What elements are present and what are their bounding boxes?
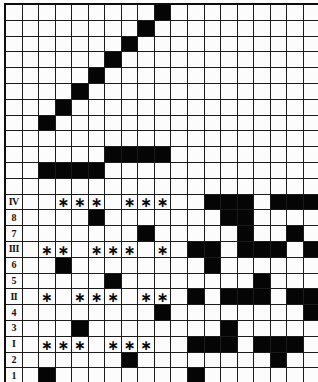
empty-cell bbox=[188, 179, 204, 194]
asterisk-cell: ∗ bbox=[105, 337, 121, 352]
empty-cell bbox=[254, 321, 270, 336]
empty-cell bbox=[188, 37, 204, 52]
black-cell bbox=[105, 274, 121, 289]
black-cell bbox=[188, 289, 204, 304]
black-cell bbox=[271, 337, 287, 352]
empty-cell bbox=[122, 116, 138, 131]
empty-cell bbox=[72, 210, 88, 225]
empty-cell bbox=[6, 147, 22, 162]
empty-cell bbox=[155, 37, 171, 52]
empty-cell bbox=[254, 147, 270, 162]
empty-cell bbox=[56, 116, 72, 131]
empty-cell bbox=[122, 52, 138, 67]
empty-cell bbox=[254, 210, 270, 225]
empty-cell bbox=[238, 337, 254, 352]
empty-cell bbox=[138, 368, 154, 382]
black-cell bbox=[72, 321, 88, 336]
empty-cell bbox=[221, 131, 237, 146]
empty-cell bbox=[254, 5, 270, 20]
empty-cell bbox=[23, 226, 39, 241]
empty-cell bbox=[188, 195, 204, 210]
empty-cell bbox=[105, 84, 121, 99]
asterisk-cell: ∗ bbox=[72, 289, 88, 304]
empty-cell bbox=[56, 147, 72, 162]
empty-cell bbox=[23, 305, 39, 320]
asterisk-cell: ∗ bbox=[105, 289, 121, 304]
empty-cell bbox=[23, 274, 39, 289]
empty-cell bbox=[188, 100, 204, 115]
empty-cell bbox=[238, 163, 254, 178]
empty-cell bbox=[6, 163, 22, 178]
empty-cell bbox=[6, 131, 22, 146]
black-cell bbox=[138, 147, 154, 162]
empty-cell bbox=[304, 68, 318, 83]
empty-cell bbox=[221, 100, 237, 115]
empty-cell bbox=[23, 163, 39, 178]
empty-cell bbox=[304, 37, 318, 52]
empty-cell bbox=[287, 321, 303, 336]
black-cell bbox=[254, 274, 270, 289]
empty-cell bbox=[287, 84, 303, 99]
black-cell bbox=[205, 195, 221, 210]
empty-cell bbox=[271, 226, 287, 241]
empty-cell bbox=[287, 210, 303, 225]
empty-cell bbox=[304, 353, 318, 368]
empty-cell bbox=[72, 147, 88, 162]
empty-cell bbox=[122, 289, 138, 304]
empty-cell bbox=[72, 242, 88, 257]
empty-cell bbox=[287, 179, 303, 194]
empty-cell bbox=[287, 258, 303, 273]
black-cell bbox=[122, 353, 138, 368]
empty-cell bbox=[287, 147, 303, 162]
empty-cell bbox=[304, 84, 318, 99]
black-cell bbox=[56, 258, 72, 273]
empty-cell bbox=[238, 84, 254, 99]
empty-cell bbox=[238, 5, 254, 20]
row-label: 4 bbox=[6, 305, 22, 320]
empty-cell bbox=[271, 116, 287, 131]
row-label: 1 bbox=[6, 368, 22, 382]
empty-cell bbox=[287, 52, 303, 67]
empty-cell bbox=[304, 258, 318, 273]
asterisk-cell: ∗ bbox=[39, 337, 55, 352]
empty-cell bbox=[221, 5, 237, 20]
empty-cell bbox=[89, 131, 105, 146]
empty-cell bbox=[6, 116, 22, 131]
empty-cell bbox=[271, 179, 287, 194]
empty-cell bbox=[171, 5, 187, 20]
empty-cell bbox=[304, 52, 318, 67]
empty-cell bbox=[23, 52, 39, 67]
empty-cell bbox=[171, 226, 187, 241]
empty-cell bbox=[205, 21, 221, 36]
empty-cell bbox=[205, 131, 221, 146]
empty-cell bbox=[56, 5, 72, 20]
empty-cell bbox=[238, 274, 254, 289]
empty-cell bbox=[254, 179, 270, 194]
empty-cell bbox=[72, 274, 88, 289]
empty-cell bbox=[138, 163, 154, 178]
empty-cell bbox=[221, 368, 237, 382]
black-cell bbox=[221, 289, 237, 304]
black-cell bbox=[271, 353, 287, 368]
empty-cell bbox=[254, 84, 270, 99]
empty-cell bbox=[287, 368, 303, 382]
empty-cell bbox=[171, 321, 187, 336]
empty-cell bbox=[105, 321, 121, 336]
asterisk-cell: ∗ bbox=[155, 242, 171, 257]
empty-cell bbox=[304, 274, 318, 289]
row-label: IV bbox=[6, 195, 22, 210]
empty-cell bbox=[238, 21, 254, 36]
empty-cell bbox=[271, 147, 287, 162]
empty-cell bbox=[6, 21, 22, 36]
empty-cell bbox=[23, 179, 39, 194]
black-cell bbox=[221, 321, 237, 336]
empty-cell bbox=[138, 116, 154, 131]
row-label: 7 bbox=[6, 226, 22, 241]
empty-cell bbox=[138, 5, 154, 20]
empty-cell bbox=[188, 258, 204, 273]
black-cell bbox=[304, 289, 318, 304]
empty-cell bbox=[39, 226, 55, 241]
asterisk-cell: ∗ bbox=[138, 337, 154, 352]
empty-cell bbox=[72, 226, 88, 241]
empty-cell bbox=[155, 321, 171, 336]
empty-cell bbox=[39, 195, 55, 210]
empty-cell bbox=[205, 68, 221, 83]
empty-cell bbox=[205, 100, 221, 115]
empty-cell bbox=[271, 21, 287, 36]
empty-cell bbox=[138, 321, 154, 336]
empty-cell bbox=[221, 274, 237, 289]
empty-cell bbox=[72, 5, 88, 20]
empty-cell bbox=[188, 210, 204, 225]
empty-cell bbox=[155, 353, 171, 368]
empty-cell bbox=[138, 179, 154, 194]
empty-cell bbox=[205, 163, 221, 178]
empty-cell bbox=[39, 210, 55, 225]
empty-cell bbox=[56, 131, 72, 146]
black-cell bbox=[105, 52, 121, 67]
empty-cell bbox=[221, 52, 237, 67]
empty-cell bbox=[221, 84, 237, 99]
empty-cell bbox=[39, 131, 55, 146]
empty-cell bbox=[171, 147, 187, 162]
empty-cell bbox=[39, 68, 55, 83]
black-cell bbox=[188, 368, 204, 382]
empty-cell bbox=[89, 368, 105, 382]
empty-cell bbox=[171, 68, 187, 83]
empty-cell bbox=[105, 163, 121, 178]
empty-cell bbox=[171, 52, 187, 67]
empty-cell bbox=[304, 337, 318, 352]
empty-cell bbox=[72, 100, 88, 115]
black-cell bbox=[254, 289, 270, 304]
empty-cell bbox=[89, 147, 105, 162]
empty-cell bbox=[105, 226, 121, 241]
black-cell bbox=[271, 195, 287, 210]
empty-cell bbox=[188, 21, 204, 36]
empty-cell bbox=[122, 321, 138, 336]
empty-cell bbox=[6, 52, 22, 67]
empty-cell bbox=[89, 116, 105, 131]
asterisk-cell: ∗ bbox=[56, 195, 72, 210]
empty-cell bbox=[39, 321, 55, 336]
empty-cell bbox=[72, 52, 88, 67]
empty-cell bbox=[105, 5, 121, 20]
empty-cell bbox=[221, 242, 237, 257]
empty-cell bbox=[23, 37, 39, 52]
empty-cell bbox=[56, 179, 72, 194]
empty-cell bbox=[122, 21, 138, 36]
empty-cell bbox=[138, 84, 154, 99]
empty-cell bbox=[238, 305, 254, 320]
empty-cell bbox=[89, 226, 105, 241]
empty-cell bbox=[254, 368, 270, 382]
empty-cell bbox=[56, 353, 72, 368]
empty-cell bbox=[23, 68, 39, 83]
empty-cell bbox=[254, 131, 270, 146]
empty-cell bbox=[287, 163, 303, 178]
asterisk-cell: ∗ bbox=[72, 195, 88, 210]
empty-cell bbox=[6, 84, 22, 99]
empty-cell bbox=[238, 179, 254, 194]
empty-cell bbox=[171, 337, 187, 352]
black-cell bbox=[155, 5, 171, 20]
empty-cell bbox=[171, 258, 187, 273]
empty-cell bbox=[254, 68, 270, 83]
empty-cell bbox=[254, 195, 270, 210]
empty-cell bbox=[105, 258, 121, 273]
empty-cell bbox=[89, 84, 105, 99]
empty-cell bbox=[122, 226, 138, 241]
empty-cell bbox=[188, 226, 204, 241]
black-cell bbox=[122, 37, 138, 52]
empty-cell bbox=[287, 21, 303, 36]
empty-cell bbox=[304, 131, 318, 146]
empty-cell bbox=[171, 289, 187, 304]
asterisk-cell: ∗ bbox=[89, 242, 105, 257]
empty-cell bbox=[39, 274, 55, 289]
empty-cell bbox=[122, 258, 138, 273]
empty-cell bbox=[304, 147, 318, 162]
black-cell bbox=[254, 242, 270, 257]
empty-cell bbox=[56, 305, 72, 320]
empty-cell bbox=[221, 116, 237, 131]
empty-cell bbox=[122, 5, 138, 20]
empty-cell bbox=[205, 274, 221, 289]
empty-cell bbox=[89, 337, 105, 352]
empty-cell bbox=[221, 37, 237, 52]
empty-cell bbox=[271, 305, 287, 320]
asterisk-cell: ∗ bbox=[89, 289, 105, 304]
empty-cell bbox=[6, 179, 22, 194]
empty-cell bbox=[188, 84, 204, 99]
empty-cell bbox=[238, 116, 254, 131]
empty-cell bbox=[72, 353, 88, 368]
empty-cell bbox=[89, 52, 105, 67]
black-cell bbox=[105, 147, 121, 162]
row-label: III bbox=[6, 242, 22, 257]
empty-cell bbox=[155, 258, 171, 273]
empty-cell bbox=[171, 84, 187, 99]
black-cell bbox=[205, 337, 221, 352]
black-cell bbox=[287, 226, 303, 241]
empty-cell bbox=[105, 179, 121, 194]
empty-cell bbox=[287, 242, 303, 257]
empty-cell bbox=[238, 100, 254, 115]
empty-cell bbox=[238, 52, 254, 67]
empty-cell bbox=[271, 368, 287, 382]
empty-cell bbox=[287, 37, 303, 52]
empty-cell bbox=[56, 21, 72, 36]
empty-cell bbox=[238, 147, 254, 162]
empty-cell bbox=[205, 37, 221, 52]
empty-cell bbox=[72, 21, 88, 36]
empty-cell bbox=[205, 147, 221, 162]
empty-cell bbox=[155, 179, 171, 194]
black-cell bbox=[155, 147, 171, 162]
black-cell bbox=[155, 305, 171, 320]
empty-cell bbox=[205, 305, 221, 320]
asterisk-cell: ∗ bbox=[138, 195, 154, 210]
empty-cell bbox=[271, 131, 287, 146]
black-cell bbox=[56, 163, 72, 178]
empty-cell bbox=[105, 21, 121, 36]
empty-cell bbox=[171, 210, 187, 225]
asterisk-cell: ∗ bbox=[155, 289, 171, 304]
empty-cell bbox=[205, 226, 221, 241]
empty-cell bbox=[23, 321, 39, 336]
row-label: 8 bbox=[6, 210, 22, 225]
empty-cell bbox=[56, 210, 72, 225]
empty-cell bbox=[188, 163, 204, 178]
empty-cell bbox=[23, 84, 39, 99]
empty-cell bbox=[72, 258, 88, 273]
empty-cell bbox=[89, 321, 105, 336]
row-label: 3 bbox=[6, 321, 22, 336]
empty-cell bbox=[72, 37, 88, 52]
empty-cell bbox=[138, 258, 154, 273]
empty-cell bbox=[304, 321, 318, 336]
empty-cell bbox=[254, 258, 270, 273]
empty-cell bbox=[271, 274, 287, 289]
black-cell bbox=[205, 258, 221, 273]
empty-cell bbox=[6, 68, 22, 83]
black-cell bbox=[205, 242, 221, 257]
black-cell bbox=[287, 289, 303, 304]
empty-cell bbox=[304, 226, 318, 241]
black-cell bbox=[238, 226, 254, 241]
black-cell bbox=[56, 100, 72, 115]
empty-cell bbox=[287, 305, 303, 320]
empty-cell bbox=[221, 21, 237, 36]
empty-cell bbox=[105, 131, 121, 146]
empty-cell bbox=[39, 21, 55, 36]
empty-cell bbox=[287, 131, 303, 146]
empty-cell bbox=[271, 163, 287, 178]
asterisk-cell: ∗ bbox=[122, 195, 138, 210]
asterisk-cell: ∗ bbox=[39, 242, 55, 257]
black-cell bbox=[39, 116, 55, 131]
empty-cell bbox=[89, 100, 105, 115]
empty-cell bbox=[39, 353, 55, 368]
black-cell bbox=[89, 163, 105, 178]
empty-cell bbox=[271, 37, 287, 52]
empty-cell bbox=[171, 195, 187, 210]
empty-cell bbox=[105, 100, 121, 115]
empty-cell bbox=[238, 68, 254, 83]
empty-cell bbox=[56, 321, 72, 336]
empty-cell bbox=[287, 116, 303, 131]
empty-cell bbox=[23, 353, 39, 368]
empty-cell bbox=[122, 131, 138, 146]
empty-cell bbox=[39, 305, 55, 320]
empty-cell bbox=[23, 195, 39, 210]
empty-cell bbox=[221, 163, 237, 178]
black-cell bbox=[72, 84, 88, 99]
empty-cell bbox=[155, 68, 171, 83]
empty-cell bbox=[105, 210, 121, 225]
empty-cell bbox=[122, 68, 138, 83]
empty-cell bbox=[105, 68, 121, 83]
black-cell bbox=[304, 305, 318, 320]
empty-cell bbox=[56, 68, 72, 83]
black-cell bbox=[304, 195, 318, 210]
empty-cell bbox=[221, 68, 237, 83]
empty-cell bbox=[23, 21, 39, 36]
empty-cell bbox=[287, 100, 303, 115]
empty-cell bbox=[56, 84, 72, 99]
empty-cell bbox=[188, 274, 204, 289]
empty-cell bbox=[221, 179, 237, 194]
empty-cell bbox=[171, 37, 187, 52]
empty-cell bbox=[171, 131, 187, 146]
empty-cell bbox=[304, 21, 318, 36]
empty-cell bbox=[56, 37, 72, 52]
asterisk-cell: ∗ bbox=[122, 242, 138, 257]
empty-cell bbox=[221, 147, 237, 162]
black-cell bbox=[89, 210, 105, 225]
empty-cell bbox=[304, 100, 318, 115]
empty-cell bbox=[171, 242, 187, 257]
empty-cell bbox=[271, 210, 287, 225]
empty-cell bbox=[39, 37, 55, 52]
empty-cell bbox=[221, 353, 237, 368]
empty-cell bbox=[271, 68, 287, 83]
empty-cell bbox=[89, 258, 105, 273]
empty-cell bbox=[23, 337, 39, 352]
black-cell bbox=[39, 368, 55, 382]
empty-cell bbox=[6, 5, 22, 20]
empty-cell bbox=[205, 52, 221, 67]
empty-cell bbox=[138, 52, 154, 67]
black-cell bbox=[72, 163, 88, 178]
empty-cell bbox=[205, 116, 221, 131]
empty-cell bbox=[138, 100, 154, 115]
empty-cell bbox=[254, 353, 270, 368]
empty-cell bbox=[254, 226, 270, 241]
black-cell bbox=[254, 337, 270, 352]
empty-cell bbox=[122, 100, 138, 115]
empty-cell bbox=[271, 289, 287, 304]
empty-cell bbox=[39, 52, 55, 67]
black-cell bbox=[138, 226, 154, 241]
empty-cell bbox=[188, 52, 204, 67]
empty-cell bbox=[254, 52, 270, 67]
